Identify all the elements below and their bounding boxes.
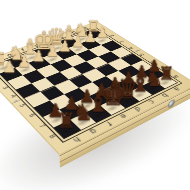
board-square: [88, 90, 113, 105]
rank-label: 4: [1, 90, 24, 103]
board-square: [59, 103, 85, 120]
board-square: [49, 94, 74, 110]
board-square: [40, 86, 64, 101]
board-square: [116, 78, 140, 92]
product-photo: hgfedcba hgfedcba 12345678 12345678 ♜♞♝♚…: [0, 0, 190, 190]
board-square: [78, 82, 102, 97]
board-square: [102, 84, 127, 99]
board-square: [129, 73, 153, 87]
board-square: [99, 99, 125, 115]
board-square: [54, 80, 78, 94]
board-square: [74, 96, 99, 112]
metal-clasp: [168, 100, 174, 109]
board-square: [153, 75, 177, 89]
board-square: [92, 76, 116, 90]
board-square: [64, 88, 89, 103]
board-square: [68, 74, 92, 88]
